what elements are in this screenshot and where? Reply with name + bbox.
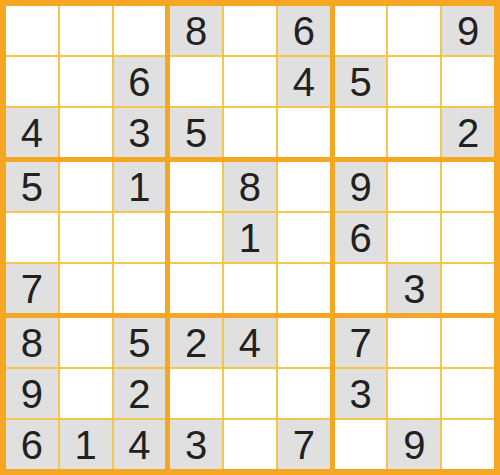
cell-r3c8[interactable] (388, 108, 440, 157)
cell-r9c2[interactable]: 1 (60, 420, 112, 469)
cell-r2c4[interactable] (170, 57, 222, 106)
cell-r3c6[interactable] (278, 108, 330, 157)
cell-r4c2[interactable] (60, 162, 112, 211)
cell-r7c3[interactable]: 5 (114, 318, 166, 367)
cell-r5c8[interactable] (388, 213, 440, 262)
cell-r5c5[interactable]: 1 (224, 213, 276, 262)
cell-r4c7[interactable]: 9 (335, 162, 387, 211)
cell-r7c1[interactable]: 8 (6, 318, 58, 367)
cell-r4c6[interactable] (278, 162, 330, 211)
cell-r6c5[interactable] (224, 264, 276, 313)
cell-r6c9[interactable] (442, 264, 494, 313)
cell-r2c8[interactable] (388, 57, 440, 106)
sudoku-box-r1c1: 643 (6, 6, 165, 157)
cell-r9c6[interactable]: 7 (278, 420, 330, 469)
cell-r2c6[interactable]: 4 (278, 57, 330, 106)
cell-r7c6[interactable] (278, 318, 330, 367)
cell-r2c1[interactable] (6, 57, 58, 106)
cell-r7c7[interactable]: 7 (335, 318, 387, 367)
cell-r9c4[interactable]: 3 (170, 420, 222, 469)
cell-r4c1[interactable]: 5 (6, 162, 58, 211)
cell-r1c9[interactable]: 9 (442, 6, 494, 55)
cell-r2c3[interactable]: 6 (114, 57, 166, 106)
cell-r6c2[interactable] (60, 264, 112, 313)
cell-r5c7[interactable]: 6 (335, 213, 387, 262)
sudoku-box-r3c2: 2437 (170, 318, 329, 469)
cell-r6c4[interactable] (170, 264, 222, 313)
cell-r6c7[interactable] (335, 264, 387, 313)
cell-r1c4[interactable]: 8 (170, 6, 222, 55)
cell-r7c2[interactable] (60, 318, 112, 367)
sudoku-box-r2c2: 81 (170, 162, 329, 313)
cell-r8c3[interactable]: 2 (114, 369, 166, 418)
sudoku-box-r3c1: 8592614 (6, 318, 165, 469)
cell-r8c6[interactable] (278, 369, 330, 418)
cell-r8c8[interactable] (388, 369, 440, 418)
cell-r8c1[interactable]: 9 (6, 369, 58, 418)
cell-r6c8[interactable]: 3 (388, 264, 440, 313)
cell-r8c2[interactable] (60, 369, 112, 418)
cell-r9c5[interactable] (224, 420, 276, 469)
cell-r9c7[interactable] (335, 420, 387, 469)
sudoku-box-r2c1: 517 (6, 162, 165, 313)
cell-r4c3[interactable]: 1 (114, 162, 166, 211)
cell-r5c2[interactable] (60, 213, 112, 262)
cell-r4c8[interactable] (388, 162, 440, 211)
sudoku-box-r2c3: 963 (335, 162, 494, 313)
cell-r1c5[interactable] (224, 6, 276, 55)
cell-r7c4[interactable]: 2 (170, 318, 222, 367)
cell-r5c4[interactable] (170, 213, 222, 262)
cell-r2c7[interactable]: 5 (335, 57, 387, 106)
cell-r1c3[interactable] (114, 6, 166, 55)
cell-r4c9[interactable] (442, 162, 494, 211)
cell-r6c3[interactable] (114, 264, 166, 313)
cell-r1c8[interactable] (388, 6, 440, 55)
cell-r9c9[interactable] (442, 420, 494, 469)
cell-r2c5[interactable] (224, 57, 276, 106)
cell-r5c3[interactable] (114, 213, 166, 262)
cell-r3c3[interactable]: 3 (114, 108, 166, 157)
cell-r9c1[interactable]: 6 (6, 420, 58, 469)
cell-r8c9[interactable] (442, 369, 494, 418)
cell-r2c2[interactable] (60, 57, 112, 106)
cell-r1c1[interactable] (6, 6, 58, 55)
cell-r2c9[interactable] (442, 57, 494, 106)
sudoku-box-r3c3: 739 (335, 318, 494, 469)
sudoku-board-frame: 64386459525178196385926142437739 (0, 0, 500, 475)
cell-r3c2[interactable] (60, 108, 112, 157)
cell-r3c1[interactable]: 4 (6, 108, 58, 157)
sudoku-board: 64386459525178196385926142437739 (6, 6, 494, 469)
cell-r7c8[interactable] (388, 318, 440, 367)
cell-r1c7[interactable] (335, 6, 387, 55)
cell-r6c1[interactable]: 7 (6, 264, 58, 313)
cell-r4c5[interactable]: 8 (224, 162, 276, 211)
cell-r3c7[interactable] (335, 108, 387, 157)
cell-r8c7[interactable]: 3 (335, 369, 387, 418)
cell-r3c5[interactable] (224, 108, 276, 157)
cell-r5c6[interactable] (278, 213, 330, 262)
cell-r5c9[interactable] (442, 213, 494, 262)
sudoku-box-r1c3: 952 (335, 6, 494, 157)
cell-r7c5[interactable]: 4 (224, 318, 276, 367)
cell-r3c4[interactable]: 5 (170, 108, 222, 157)
cell-r8c4[interactable] (170, 369, 222, 418)
cell-r6c6[interactable] (278, 264, 330, 313)
cell-r8c5[interactable] (224, 369, 276, 418)
cell-r1c2[interactable] (60, 6, 112, 55)
cell-r9c3[interactable]: 4 (114, 420, 166, 469)
sudoku-box-r1c2: 8645 (170, 6, 329, 157)
cell-r7c9[interactable] (442, 318, 494, 367)
cell-r9c8[interactable]: 9 (388, 420, 440, 469)
cell-r3c9[interactable]: 2 (442, 108, 494, 157)
cell-r1c6[interactable]: 6 (278, 6, 330, 55)
cell-r4c4[interactable] (170, 162, 222, 211)
cell-r5c1[interactable] (6, 213, 58, 262)
